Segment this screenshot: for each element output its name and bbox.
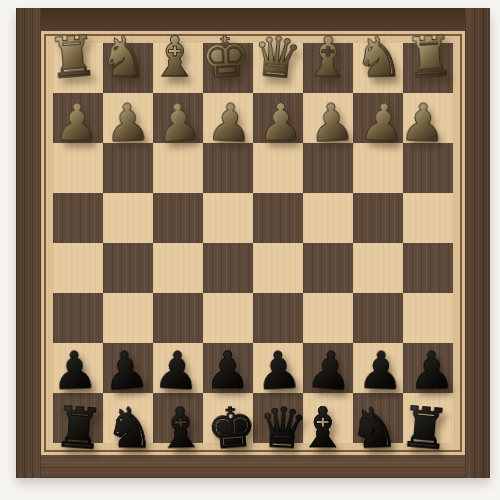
- square-f6[interactable]: [153, 293, 203, 343]
- square-g2[interactable]: ♟: [103, 93, 153, 143]
- square-d1[interactable]: ♛: [253, 43, 303, 93]
- piece-white-pawn-e2[interactable]: ♟: [206, 96, 255, 150]
- piece-white-bishop-f1[interactable]: ♝: [150, 30, 200, 85]
- piece-black-pawn-g7[interactable]: ♟: [101, 343, 151, 398]
- square-c6[interactable]: [303, 293, 353, 343]
- piece-white-bishop-c1[interactable]: ♝: [302, 29, 354, 86]
- square-b4[interactable]: [353, 193, 403, 243]
- square-g1[interactable]: ♞: [103, 43, 153, 93]
- piece-black-pawn-h7[interactable]: ♟: [51, 345, 99, 398]
- photo-background: ♜♞♝♚♛♝♞♜♟♟♟♟♟♟♟♟♟♟♟♟♟♟♟♟♜♞♝♚♛♝♞♜: [0, 0, 500, 500]
- square-b7[interactable]: ♟: [353, 343, 403, 393]
- square-e2[interactable]: ♟: [203, 93, 253, 143]
- square-c2[interactable]: ♟: [303, 93, 353, 143]
- square-h6[interactable]: [53, 293, 103, 343]
- square-a1[interactable]: ♜: [403, 43, 453, 93]
- piece-black-pawn-b7[interactable]: ♟: [357, 345, 405, 398]
- piece-white-rook-a1[interactable]: ♜: [403, 29, 456, 88]
- square-a8[interactable]: ♜: [403, 393, 453, 443]
- square-c1[interactable]: ♝: [303, 43, 353, 93]
- piece-black-rook-a8[interactable]: ♜: [398, 399, 452, 459]
- square-f4[interactable]: [153, 193, 203, 243]
- square-c8[interactable]: ♝: [303, 393, 353, 443]
- square-a5[interactable]: [403, 243, 453, 293]
- piece-white-king-e1[interactable]: ♚: [200, 29, 253, 87]
- square-f1[interactable]: ♝: [153, 43, 203, 93]
- piece-white-pawn-d2[interactable]: ♟: [258, 97, 304, 148]
- piece-black-bishop-c8[interactable]: ♝: [298, 401, 348, 456]
- piece-black-knight-b8[interactable]: ♞: [348, 400, 401, 458]
- square-a2[interactable]: ♟: [403, 93, 453, 143]
- piece-white-pawn-h2[interactable]: ♟: [54, 97, 101, 149]
- square-b5[interactable]: [353, 243, 403, 293]
- board-border-inlay: ♜♞♝♚♛♝♞♜♟♟♟♟♟♟♟♟♟♟♟♟♟♟♟♟♜♞♝♚♛♝♞♜: [41, 31, 465, 455]
- square-e4[interactable]: [203, 193, 253, 243]
- chess-board: ♜♞♝♚♛♝♞♜♟♟♟♟♟♟♟♟♟♟♟♟♟♟♟♟♜♞♝♚♛♝♞♜: [16, 8, 490, 478]
- square-e7[interactable]: ♟: [203, 343, 253, 393]
- piece-white-knight-g1[interactable]: ♞: [98, 29, 151, 87]
- square-g6[interactable]: [103, 293, 153, 343]
- square-f8[interactable]: ♝: [153, 393, 203, 443]
- square-e1[interactable]: ♚: [203, 43, 253, 93]
- square-b8[interactable]: ♞: [353, 393, 403, 443]
- square-a4[interactable]: [403, 193, 453, 243]
- square-e6[interactable]: [203, 293, 253, 343]
- piece-black-pawn-d7[interactable]: ♟: [255, 344, 304, 398]
- square-f7[interactable]: ♟: [153, 343, 203, 393]
- piece-white-pawn-c2[interactable]: ♟: [308, 96, 357, 150]
- square-h2[interactable]: ♟: [53, 93, 103, 143]
- piece-white-pawn-f2[interactable]: ♟: [154, 95, 204, 150]
- square-a7[interactable]: ♟: [403, 343, 453, 393]
- square-c7[interactable]: ♟: [303, 343, 353, 393]
- board-grid: ♜♞♝♚♛♝♞♜♟♟♟♟♟♟♟♟♟♟♟♟♟♟♟♟♜♞♝♚♛♝♞♜: [53, 43, 453, 443]
- piece-white-knight-b1[interactable]: ♞: [354, 30, 405, 86]
- square-h7[interactable]: ♟: [53, 343, 103, 393]
- piece-black-pawn-a7[interactable]: ♟: [409, 345, 456, 397]
- square-g8[interactable]: ♞: [103, 393, 153, 443]
- square-b6[interactable]: [353, 293, 403, 343]
- board-frame-right: [465, 8, 490, 478]
- square-d7[interactable]: ♟: [253, 343, 303, 393]
- square-e8[interactable]: ♚: [203, 393, 253, 443]
- square-b2[interactable]: ♟: [353, 93, 403, 143]
- square-d2[interactable]: ♟: [253, 93, 303, 143]
- square-h8[interactable]: ♜: [53, 393, 103, 443]
- square-d8[interactable]: ♛: [253, 393, 303, 443]
- square-d4[interactable]: [253, 193, 303, 243]
- square-d6[interactable]: [253, 293, 303, 343]
- square-f5[interactable]: [153, 243, 203, 293]
- piece-white-queen-d1[interactable]: ♛: [250, 28, 304, 88]
- square-c4[interactable]: [303, 193, 353, 243]
- square-a6[interactable]: [403, 293, 453, 343]
- square-c5[interactable]: [303, 243, 353, 293]
- square-h5[interactable]: [53, 243, 103, 293]
- square-g7[interactable]: ♟: [103, 343, 153, 393]
- piece-white-rook-h1[interactable]: ♜: [46, 28, 100, 88]
- piece-black-pawn-c7[interactable]: ♟: [305, 343, 355, 398]
- piece-black-pawn-f7[interactable]: ♟: [153, 344, 202, 398]
- piece-white-pawn-g2[interactable]: ♟: [104, 97, 152, 150]
- square-g4[interactable]: [103, 193, 153, 243]
- piece-black-bishop-f8[interactable]: ♝: [155, 400, 207, 457]
- square-d5[interactable]: [253, 243, 303, 293]
- board-frame-left: [16, 8, 41, 478]
- piece-black-rook-h8[interactable]: ♜: [52, 400, 105, 459]
- square-f2[interactable]: ♟: [153, 93, 203, 143]
- piece-black-knight-g8[interactable]: ♞: [105, 401, 156, 457]
- piece-black-king-e8[interactable]: ♚: [205, 399, 259, 459]
- square-h1[interactable]: ♜: [53, 43, 103, 93]
- piece-white-pawn-a2[interactable]: ♟: [399, 97, 447, 150]
- square-e5[interactable]: [203, 243, 253, 293]
- square-h4[interactable]: [53, 193, 103, 243]
- piece-black-pawn-e7[interactable]: ♟: [205, 345, 251, 396]
- square-b1[interactable]: ♞: [353, 43, 403, 93]
- square-g5[interactable]: [103, 243, 153, 293]
